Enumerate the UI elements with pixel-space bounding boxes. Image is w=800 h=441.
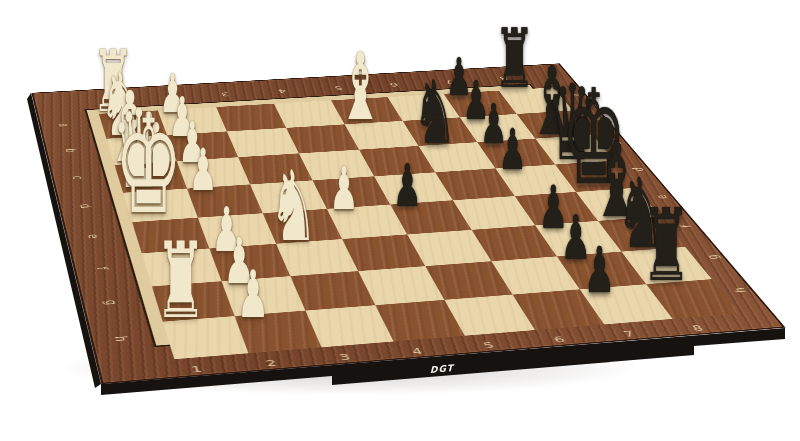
left-file-label-g: g <box>101 295 121 310</box>
square-h1 <box>163 316 249 359</box>
square-f1 <box>142 248 222 286</box>
square-a2 <box>158 107 227 135</box>
square-c2 <box>177 157 250 188</box>
square-c1 <box>115 161 187 193</box>
far-rank-label-5: 5 <box>326 84 351 91</box>
far-rank-label-3: 3 <box>213 91 238 98</box>
square-a1 <box>99 110 167 138</box>
far-rank-label-4: 4 <box>269 88 294 95</box>
near-rank-label-8: 8 <box>681 323 715 334</box>
right-file-label-b: b <box>585 113 606 123</box>
right-file-label-g: g <box>700 250 726 264</box>
near-rank-label-7: 7 <box>612 329 646 340</box>
far-rank-label-8: 8 <box>491 75 517 81</box>
right-file-label-h: h <box>727 283 754 298</box>
square-g1 <box>152 281 235 321</box>
square-b1 <box>106 135 176 165</box>
left-file-label-d: d <box>76 200 94 213</box>
right-file-label-c: c <box>606 138 628 149</box>
near-rank-label-3: 3 <box>328 352 361 363</box>
board-frame: 11aa22bb33cc44dd55ee66ff77gg88hh <box>31 63 785 384</box>
far-rank-label-1: 1 <box>97 97 122 104</box>
right-file-label-a: a <box>566 90 587 100</box>
square-b2 <box>167 131 238 161</box>
near-rank-label-1: 1 <box>180 364 213 376</box>
right-file-label-f: f <box>674 220 699 233</box>
left-file-label-e: e <box>84 230 103 244</box>
board-photo: 11aa22bb33cc44dd55ee66ff77gg88hh DGT ♜♟♟… <box>0 0 800 441</box>
left-file-label-c: c <box>69 172 87 184</box>
near-rank-label-6: 6 <box>543 334 577 345</box>
far-rank-label-2: 2 <box>155 94 180 101</box>
left-file-label-b: b <box>62 145 79 156</box>
right-file-label-e: e <box>650 191 674 203</box>
board-squares <box>99 89 687 337</box>
far-rank-label-6: 6 <box>381 81 407 88</box>
right-file-label-d: d <box>627 164 650 176</box>
left-file-label-f: f <box>92 261 112 275</box>
left-file-label-h: h <box>110 331 131 347</box>
left-file-label-a: a <box>55 120 72 131</box>
near-rank-label-2: 2 <box>255 358 288 370</box>
far-rank-label-7: 7 <box>436 78 462 84</box>
near-rank-label-4: 4 <box>401 346 434 357</box>
square-e1 <box>132 218 209 254</box>
near-rank-label-5: 5 <box>472 340 506 351</box>
square-d1 <box>123 189 198 223</box>
